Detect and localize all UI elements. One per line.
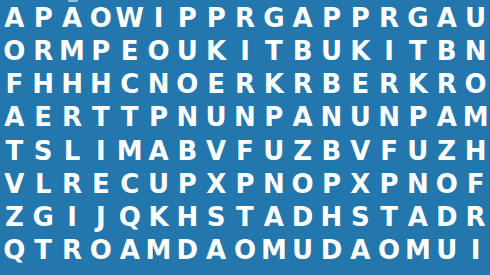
grid-cell-r3c9[interactable]: R	[231, 68, 260, 101]
grid-cell-r4c13[interactable]: U	[346, 101, 375, 134]
grid-cell-r8c1[interactable]: Q	[0, 234, 29, 267]
grid-cell-r6c15[interactable]: N	[404, 167, 433, 200]
grid-cell-r2c7[interactable]: U	[173, 34, 202, 67]
grid-cell-r8c10[interactable]: M	[259, 234, 288, 267]
grid-cell-r1c2[interactable]: P	[29, 1, 58, 34]
grid-cell-r2c14[interactable]: I	[375, 34, 404, 67]
grid-cell-r5c9[interactable]: F	[231, 134, 260, 167]
grid-cell-r6c9[interactable]: P	[231, 167, 260, 200]
grid-cell-r6c10[interactable]: N	[259, 167, 288, 200]
grid-cell-r6c13[interactable]: X	[346, 167, 375, 200]
grid-cell-r4c10[interactable]: P	[259, 101, 288, 134]
grid-cell-r4c12[interactable]: N	[317, 101, 346, 134]
grid-cell-r4c9[interactable]: N	[231, 101, 260, 134]
grid-cell-r5c2[interactable]: S	[29, 134, 58, 167]
cropped-row-letter-fragment	[68, 0, 78, 2]
grid-cell-r4c17[interactable]: M	[461, 101, 490, 134]
grid-cell-r7c10[interactable]: A	[259, 201, 288, 234]
grid-cell-r4c2[interactable]: E	[29, 101, 58, 134]
grid-cell-r4c6[interactable]: P	[144, 101, 173, 134]
grid-cell-r7c13[interactable]: S	[346, 201, 375, 234]
grid-cell-r7c7[interactable]: H	[173, 201, 202, 234]
grid-cell-r1c14[interactable]: R	[375, 1, 404, 34]
grid-cell-r8c4[interactable]: O	[86, 234, 115, 267]
grid-cell-r8c16[interactable]: U	[432, 234, 461, 267]
grid-cell-r2c13[interactable]: K	[346, 34, 375, 67]
grid-cell-r6c14[interactable]: P	[375, 167, 404, 200]
grid-cell-r6c3[interactable]: R	[58, 167, 87, 200]
grid-cell-r6c4[interactable]: E	[86, 167, 115, 200]
grid-cell-r7c9[interactable]: T	[231, 201, 260, 234]
grid-cell-r6c6[interactable]: U	[144, 167, 173, 200]
grid-cell-r5c15[interactable]: U	[404, 134, 433, 167]
grid-cell-r4c1[interactable]: A	[0, 101, 29, 134]
grid-cell-r3c10[interactable]: K	[259, 68, 288, 101]
grid-cell-r6c17[interactable]: F	[461, 167, 490, 200]
grid-cell-r1c9[interactable]: R	[231, 1, 260, 34]
grid-cell-r1c8[interactable]: P	[202, 1, 231, 34]
grid-cell-r4c7[interactable]: N	[173, 101, 202, 134]
grid-cell-r2c15[interactable]: T	[404, 34, 433, 67]
grid-cell-r1c17[interactable]: U	[461, 1, 490, 34]
grid-cell-r7c5[interactable]: Q	[115, 201, 144, 234]
grid-cell-r2c1[interactable]: O	[0, 34, 29, 67]
word-search-board: APAOWIPPRGAPPRGAUORMPEOUKITBUKITBNFHHHCN…	[0, 1, 490, 267]
grid-cell-r1c1[interactable]: A	[0, 1, 29, 34]
grid-cell-r5c6[interactable]: A	[144, 134, 173, 167]
grid-cell-r4c14[interactable]: N	[375, 101, 404, 134]
grid-cell-r7c4[interactable]: J	[86, 201, 115, 234]
grid-cell-r2c16[interactable]: B	[432, 34, 461, 67]
grid-cell-r3c2[interactable]: H	[29, 68, 58, 101]
grid-cell-r6c8[interactable]: X	[202, 167, 231, 200]
grid-cell-r7c15[interactable]: A	[404, 201, 433, 234]
grid-cell-r4c4[interactable]: T	[86, 101, 115, 134]
grid-cell-r7c16[interactable]: D	[432, 201, 461, 234]
grid-cell-r1c12[interactable]: P	[317, 1, 346, 34]
grid-cell-r6c16[interactable]: O	[432, 167, 461, 200]
grid-cell-r4c15[interactable]: P	[404, 101, 433, 134]
grid-cell-r8c14[interactable]: O	[375, 234, 404, 267]
grid-cell-r7c17[interactable]: R	[461, 201, 490, 234]
grid-cell-r3c8[interactable]: E	[202, 68, 231, 101]
grid-cell-r6c12[interactable]: P	[317, 167, 346, 200]
grid-cell-r7c3[interactable]: I	[58, 201, 87, 234]
grid-cell-r8c5[interactable]: A	[115, 234, 144, 267]
grid-cell-r6c11[interactable]: O	[288, 167, 317, 200]
grid-cell-r6c5[interactable]: C	[115, 167, 144, 200]
grid-cell-r4c8[interactable]: U	[202, 101, 231, 134]
grid-cell-r2c17[interactable]: N	[461, 34, 490, 67]
grid-cell-r6c2[interactable]: L	[29, 167, 58, 200]
grid-cell-r7c2[interactable]: G	[29, 201, 58, 234]
grid-cell-r5c10[interactable]: U	[259, 134, 288, 167]
grid-cell-r2c3[interactable]: M	[58, 34, 87, 67]
grid-cell-r2c11[interactable]: B	[288, 34, 317, 67]
grid-cell-r1c10[interactable]: G	[259, 1, 288, 34]
grid-cell-r1c5[interactable]: W	[115, 1, 144, 34]
grid-cell-r2c8[interactable]: K	[202, 34, 231, 67]
grid-cell-r3c7[interactable]: O	[173, 68, 202, 101]
grid-cell-r2c12[interactable]: U	[317, 34, 346, 67]
grid-cell-r8c3[interactable]: R	[58, 234, 87, 267]
grid-cell-r6c1[interactable]: V	[0, 167, 29, 200]
grid-cell-r2c4[interactable]: P	[86, 34, 115, 67]
grid-cell-r3c17[interactable]: O	[461, 68, 490, 101]
grid-cell-r1c4[interactable]: O	[86, 1, 115, 34]
grid-cell-r7c8[interactable]: S	[202, 201, 231, 234]
grid-cell-r2c9[interactable]: I	[231, 34, 260, 67]
grid-cell-r2c2[interactable]: R	[29, 34, 58, 67]
grid-cell-r4c5[interactable]: T	[115, 101, 144, 134]
grid-cell-r5c17[interactable]: H	[461, 134, 490, 167]
grid-cell-r5c1[interactable]: T	[0, 134, 29, 167]
grid-cell-r5c14[interactable]: F	[375, 134, 404, 167]
grid-cell-r3c6[interactable]: N	[144, 68, 173, 101]
grid-cell-r1c16[interactable]: A	[432, 1, 461, 34]
grid-cell-r3c11[interactable]: R	[288, 68, 317, 101]
grid-cell-r1c13[interactable]: P	[346, 1, 375, 34]
grid-cell-r4c11[interactable]: A	[288, 101, 317, 134]
grid-cell-r4c16[interactable]: A	[432, 101, 461, 134]
grid-cell-r2c6[interactable]: O	[144, 34, 173, 67]
grid-cell-r3c5[interactable]: C	[115, 68, 144, 101]
grid-cell-r8c9[interactable]: O	[231, 234, 260, 267]
grid-cell-r7c12[interactable]: H	[317, 201, 346, 234]
grid-cell-r8c8[interactable]: A	[202, 234, 231, 267]
grid-cell-r3c12[interactable]: B	[317, 68, 346, 101]
grid-cell-r1c6[interactable]: I	[144, 1, 173, 34]
grid-cell-r2c5[interactable]: E	[115, 34, 144, 67]
grid-cell-r5c16[interactable]: Z	[432, 134, 461, 167]
grid-cell-r3c16[interactable]: R	[432, 68, 461, 101]
grid-cell-r5c13[interactable]: V	[346, 134, 375, 167]
grid-cell-r1c3[interactable]: A	[58, 1, 87, 34]
grid-cell-r1c15[interactable]: G	[404, 1, 433, 34]
grid-cell-r5c5[interactable]: M	[115, 134, 144, 167]
grid-cell-r3c14[interactable]: R	[375, 68, 404, 101]
grid-cell-r7c6[interactable]: K	[144, 201, 173, 234]
grid-cell-r5c7[interactable]: B	[173, 134, 202, 167]
grid-cell-r8c7[interactable]: D	[173, 234, 202, 267]
grid-cell-r5c12[interactable]: B	[317, 134, 346, 167]
grid-cell-r1c7[interactable]: P	[173, 1, 202, 34]
grid-cell-r1c11[interactable]: A	[288, 1, 317, 34]
grid-cell-r8c6[interactable]: M	[144, 234, 173, 267]
grid-cell-r3c4[interactable]: H	[86, 68, 115, 101]
grid-cell-r6c7[interactable]: P	[173, 167, 202, 200]
grid-cell-r8c11[interactable]: U	[288, 234, 317, 267]
grid-cell-r5c3[interactable]: L	[58, 134, 87, 167]
grid-cell-r3c1[interactable]: F	[0, 68, 29, 101]
grid-cell-r3c15[interactable]: K	[404, 68, 433, 101]
grid-cell-r3c3[interactable]: H	[58, 68, 87, 101]
grid-cell-r7c11[interactable]: D	[288, 201, 317, 234]
grid-cell-r3c13[interactable]: E	[346, 68, 375, 101]
grid-cell-r4c3[interactable]: R	[58, 101, 87, 134]
grid-cell-r5c4[interactable]: I	[86, 134, 115, 167]
grid-cell-r5c8[interactable]: V	[202, 134, 231, 167]
grid-cell-r8c15[interactable]: M	[404, 234, 433, 267]
grid-cell-r2c10[interactable]: T	[259, 34, 288, 67]
grid-cell-r5c11[interactable]: Z	[288, 134, 317, 167]
grid-cell-r8c13[interactable]: A	[346, 234, 375, 267]
grid-cell-r8c2[interactable]: T	[29, 234, 58, 267]
grid-cell-r8c17[interactable]: I	[461, 234, 490, 267]
grid-cell-r8c12[interactable]: D	[317, 234, 346, 267]
grid-cell-r7c14[interactable]: T	[375, 201, 404, 234]
grid-cell-r7c1[interactable]: Z	[0, 201, 29, 234]
